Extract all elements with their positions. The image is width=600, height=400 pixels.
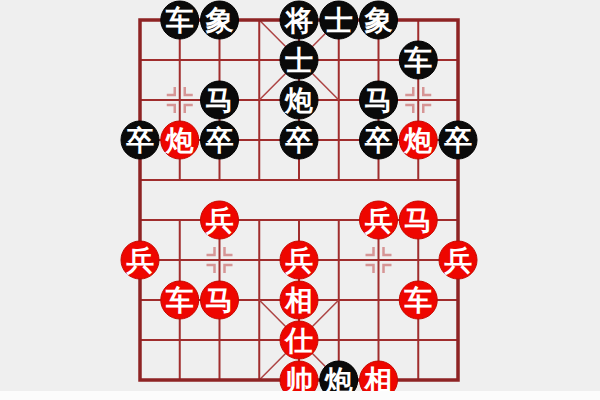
- piece-red-cannon[interactable]: 炮: [399, 121, 437, 159]
- piece-black-advisor[interactable]: 士: [280, 41, 318, 79]
- piece-red-pawn[interactable]: 兵: [201, 201, 239, 239]
- piece-character: 象: [205, 5, 234, 36]
- piece-character: 马: [206, 285, 234, 316]
- piece-black-pawn[interactable]: 卒: [439, 121, 477, 159]
- piece-red-pawn[interactable]: 兵: [121, 241, 159, 279]
- xiangqi-board[interactable]: 车象将士象士车马炮马卒炮卒卒卒炮卒兵兵马兵兵兵车马相车仕帅炮相: [0, 0, 600, 400]
- point-marker: [185, 105, 193, 113]
- piece-character: 卒: [285, 125, 313, 156]
- point-marker: [225, 247, 233, 255]
- piece-black-chariot[interactable]: 车: [399, 41, 437, 79]
- piece-black-elephant[interactable]: 象: [360, 1, 398, 39]
- piece-character: 马: [365, 85, 393, 116]
- point-marker: [405, 105, 413, 113]
- piece-red-pawn[interactable]: 兵: [280, 241, 318, 279]
- point-marker: [423, 87, 431, 95]
- piece-character: 兵: [126, 245, 154, 276]
- piece-black-king[interactable]: 将: [280, 1, 318, 39]
- piece-character: 将: [284, 5, 313, 36]
- piece-character: 卒: [126, 125, 154, 156]
- piece-character: 车: [403, 285, 432, 316]
- piece-character: 卒: [365, 125, 393, 156]
- point-marker: [167, 87, 175, 95]
- piece-red-horse[interactable]: 马: [399, 201, 437, 239]
- point-marker: [185, 87, 193, 95]
- bottom-strip: [0, 391, 600, 400]
- piece-character: 马: [206, 85, 234, 116]
- point-marker: [207, 265, 215, 273]
- piece-red-chariot[interactable]: 车: [399, 281, 437, 319]
- piece-red-elephant[interactable]: 相: [280, 281, 318, 319]
- point-marker: [167, 105, 175, 113]
- piece-red-horse[interactable]: 马: [201, 281, 239, 319]
- point-marker: [384, 265, 392, 273]
- piece-character: 卒: [444, 125, 472, 156]
- piece-character: 象: [364, 5, 393, 36]
- piece-black-elephant[interactable]: 象: [201, 1, 239, 39]
- piece-character: 兵: [285, 245, 313, 276]
- piece-black-pawn[interactable]: 卒: [360, 121, 398, 159]
- piece-red-pawn[interactable]: 兵: [439, 241, 477, 279]
- piece-character: 仕: [283, 325, 313, 356]
- piece-character: 车: [165, 285, 194, 316]
- piece-character: 马: [404, 205, 432, 236]
- point-marker: [384, 247, 392, 255]
- piece-character: 炮: [402, 125, 432, 156]
- piece-character: 炮: [283, 85, 313, 116]
- piece-character: 士: [285, 45, 313, 76]
- piece-black-cannon[interactable]: 炮: [280, 81, 318, 119]
- point-marker: [207, 247, 215, 255]
- piece-black-horse[interactable]: 马: [360, 81, 398, 119]
- piece-character: 车: [165, 5, 194, 36]
- piece-character: 兵: [444, 245, 472, 276]
- piece-red-advisor[interactable]: 仕: [280, 321, 318, 359]
- point-marker: [366, 265, 374, 273]
- piece-red-cannon[interactable]: 炮: [161, 121, 199, 159]
- piece-character: 兵: [206, 205, 234, 236]
- piece-character: 车: [403, 45, 432, 76]
- piece-black-pawn[interactable]: 卒: [201, 121, 239, 159]
- piece-black-pawn[interactable]: 卒: [121, 121, 159, 159]
- point-marker: [366, 247, 374, 255]
- piece-black-chariot[interactable]: 车: [161, 1, 199, 39]
- piece-red-chariot[interactable]: 车: [161, 281, 199, 319]
- piece-black-pawn[interactable]: 卒: [280, 121, 318, 159]
- point-marker: [225, 265, 233, 273]
- piece-character: 相: [284, 285, 313, 316]
- xiangqi-app-window: 车象将士象士车马炮马卒炮卒卒卒炮卒兵兵马兵兵兵车马相车仕帅炮相: [0, 0, 600, 400]
- piece-character: 兵: [365, 205, 393, 236]
- piece-character: 炮: [164, 125, 194, 156]
- piece-character: 卒: [206, 125, 234, 156]
- piece-character: 士: [325, 5, 353, 36]
- piece-black-advisor[interactable]: 士: [320, 1, 358, 39]
- piece-black-horse[interactable]: 马: [201, 81, 239, 119]
- point-marker: [423, 105, 431, 113]
- point-marker: [405, 87, 413, 95]
- piece-red-pawn[interactable]: 兵: [360, 201, 398, 239]
